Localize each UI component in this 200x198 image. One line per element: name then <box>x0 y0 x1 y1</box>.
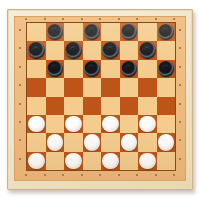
square-r3c2[interactable]: ● <box>46 60 65 78</box>
checker-glyph: ● <box>125 28 132 36</box>
square-r7c6[interactable]: ● <box>120 133 139 151</box>
checker-glyph: ● <box>51 65 58 73</box>
checker-glyph: ● <box>144 157 151 165</box>
tick-dot <box>155 174 157 176</box>
board-margin: ●●●●●●●●●●●●●●●●●●●●●●●● <box>14 16 186 181</box>
checker-glyph: ● <box>125 65 132 73</box>
tick-dot <box>19 103 21 105</box>
tick-dot <box>25 174 27 176</box>
checker-glyph: ● <box>70 157 77 165</box>
checker-glyph: ● <box>162 28 169 36</box>
tick-dot <box>19 29 21 31</box>
checker-glyph: ● <box>88 138 95 146</box>
square-r5c7[interactable] <box>138 97 157 115</box>
square-r6c2[interactable] <box>46 115 65 133</box>
square-r2c7[interactable]: ● <box>138 41 157 59</box>
square-r2c5[interactable]: ● <box>101 41 120 59</box>
tick-dot <box>179 47 181 49</box>
square-r8c8[interactable] <box>157 152 176 170</box>
black-piece[interactable]: ● <box>121 61 138 78</box>
tick-dot <box>118 174 120 176</box>
tick-dot <box>62 18 64 20</box>
square-r8c6[interactable] <box>120 152 139 170</box>
square-r6c8[interactable] <box>157 115 176 133</box>
white-piece[interactable]: ● <box>47 134 64 151</box>
square-r7c7[interactable] <box>138 133 157 151</box>
checker-glyph: ● <box>125 138 132 146</box>
white-piece[interactable]: ● <box>28 153 45 170</box>
square-r7c5[interactable] <box>101 133 120 151</box>
white-piece[interactable]: ● <box>65 116 82 133</box>
square-r8c2[interactable] <box>46 152 65 170</box>
black-piece[interactable]: ● <box>84 61 101 78</box>
tick-dot <box>99 18 101 20</box>
white-piece[interactable]: ● <box>139 116 156 133</box>
square-r4c8[interactable] <box>157 78 176 96</box>
square-r4c2[interactable] <box>46 78 65 96</box>
checker-glyph: ● <box>33 47 40 55</box>
square-r1c5[interactable] <box>101 23 120 41</box>
square-r7c3[interactable] <box>64 133 83 151</box>
square-r6c1[interactable]: ● <box>27 115 46 133</box>
square-r3c4[interactable]: ● <box>83 60 102 78</box>
square-r2c6[interactable] <box>120 41 139 59</box>
square-r2c8[interactable] <box>157 41 176 59</box>
square-r3c5[interactable] <box>101 60 120 78</box>
square-r2c3[interactable]: ● <box>64 41 83 59</box>
tick-dot <box>62 174 64 176</box>
tick-dot <box>81 18 83 20</box>
wooden-frame: ●●●●●●●●●●●●●●●●●●●●●●●● <box>7 9 193 190</box>
square-r3c8[interactable]: ● <box>157 60 176 78</box>
checker-glyph: ● <box>88 28 95 36</box>
black-piece[interactable]: ● <box>121 24 138 41</box>
square-r8c5[interactable]: ● <box>101 152 120 170</box>
tick-dot <box>179 139 181 141</box>
checker-glyph: ● <box>144 120 151 128</box>
white-piece[interactable]: ● <box>65 153 82 170</box>
square-r4c6[interactable] <box>120 78 139 96</box>
square-r7c1[interactable] <box>27 133 46 151</box>
tick-dot <box>44 174 46 176</box>
white-piece[interactable]: ● <box>121 134 138 151</box>
tick-dot <box>179 158 181 160</box>
square-r6c6[interactable] <box>120 115 139 133</box>
black-piece[interactable]: ● <box>28 42 45 59</box>
tick-dot <box>19 66 21 68</box>
square-r4c1[interactable] <box>27 78 46 96</box>
square-r5c4[interactable] <box>83 97 102 115</box>
tick-dot <box>179 121 181 123</box>
checker-glyph: ● <box>107 47 114 55</box>
black-piece[interactable]: ● <box>139 42 156 59</box>
square-r8c4[interactable] <box>83 152 102 170</box>
square-r8c3[interactable]: ● <box>64 152 83 170</box>
square-r3c7[interactable] <box>138 60 157 78</box>
square-r6c7[interactable]: ● <box>138 115 157 133</box>
tick-dot <box>136 18 138 20</box>
checker-glyph: ● <box>107 120 114 128</box>
tick-dot <box>19 139 21 141</box>
checker-glyph: ● <box>88 65 95 73</box>
square-r1c1[interactable] <box>27 23 46 41</box>
white-piece[interactable]: ● <box>102 153 119 170</box>
tick-dot <box>118 18 120 20</box>
black-piece[interactable]: ● <box>47 24 64 41</box>
checker-glyph: ● <box>162 65 169 73</box>
checker-glyph: ● <box>70 120 77 128</box>
checker-glyph: ● <box>51 28 58 36</box>
square-r5c6[interactable] <box>120 97 139 115</box>
square-r4c3[interactable] <box>64 78 83 96</box>
square-r4c7[interactable] <box>138 78 157 96</box>
tick-dot <box>179 66 181 68</box>
checker-glyph: ● <box>70 47 77 55</box>
white-piece[interactable]: ● <box>158 134 175 151</box>
checker-glyph: ● <box>162 138 169 146</box>
square-r3c6[interactable]: ● <box>120 60 139 78</box>
tick-dot <box>99 174 101 176</box>
tick-dot <box>19 84 21 86</box>
square-r5c2[interactable] <box>46 97 65 115</box>
square-r7c4[interactable]: ● <box>83 133 102 151</box>
black-piece[interactable]: ● <box>158 61 175 78</box>
tick-dot <box>173 18 175 20</box>
black-piece[interactable]: ● <box>102 42 119 59</box>
square-r4c5[interactable] <box>101 78 120 96</box>
black-piece[interactable]: ● <box>47 61 64 78</box>
checker-glyph: ● <box>107 157 114 165</box>
tick-dot <box>173 174 175 176</box>
checker-glyph: ● <box>33 120 40 128</box>
checker-glyph: ● <box>51 138 58 146</box>
square-r6c5[interactable]: ● <box>101 115 120 133</box>
tick-dot <box>19 158 21 160</box>
tick-dot <box>179 84 181 86</box>
tick-dot <box>19 47 21 49</box>
tick-dot <box>136 174 138 176</box>
square-r6c3[interactable]: ● <box>64 115 83 133</box>
tick-dot <box>179 103 181 105</box>
square-r3c3[interactable] <box>64 60 83 78</box>
white-piece[interactable]: ● <box>28 116 45 133</box>
square-r2c2[interactable] <box>46 41 65 59</box>
square-r1c4[interactable]: ● <box>83 23 102 41</box>
square-r8c1[interactable]: ● <box>27 152 46 170</box>
tick-dot <box>179 29 181 31</box>
tick-dot <box>25 18 27 20</box>
square-r3c1[interactable] <box>27 60 46 78</box>
tick-dot <box>81 174 83 176</box>
checker-glyph: ● <box>144 47 151 55</box>
square-r7c2[interactable]: ● <box>46 133 65 151</box>
white-piece[interactable]: ● <box>84 134 101 151</box>
square-r7c8[interactable]: ● <box>157 133 176 151</box>
tick-dot <box>155 18 157 20</box>
square-r1c6[interactable]: ● <box>120 23 139 41</box>
square-r1c7[interactable] <box>138 23 157 41</box>
square-r4c4[interactable] <box>83 78 102 96</box>
black-piece[interactable]: ● <box>158 24 175 41</box>
black-piece[interactable]: ● <box>84 24 101 41</box>
square-r2c4[interactable] <box>83 41 102 59</box>
square-r1c3[interactable] <box>64 23 83 41</box>
photo-background: ●●●●●●●●●●●●●●●●●●●●●●●● <box>0 0 200 198</box>
square-r2c1[interactable]: ● <box>27 41 46 59</box>
square-r1c2[interactable]: ● <box>46 23 65 41</box>
square-r1c8[interactable]: ● <box>157 23 176 41</box>
white-piece[interactable]: ● <box>139 153 156 170</box>
square-r5c8[interactable] <box>157 97 176 115</box>
white-piece[interactable]: ● <box>102 116 119 133</box>
square-r6c4[interactable] <box>83 115 102 133</box>
square-r5c1[interactable] <box>27 97 46 115</box>
square-r8c7[interactable]: ● <box>138 152 157 170</box>
tick-dot <box>19 121 21 123</box>
checker-glyph: ● <box>33 157 40 165</box>
tick-dot <box>44 18 46 20</box>
checkers-board[interactable]: ●●●●●●●●●●●●●●●●●●●●●●●● <box>26 22 176 171</box>
black-piece[interactable]: ● <box>65 42 82 59</box>
square-r5c3[interactable] <box>64 97 83 115</box>
square-r5c5[interactable] <box>101 97 120 115</box>
